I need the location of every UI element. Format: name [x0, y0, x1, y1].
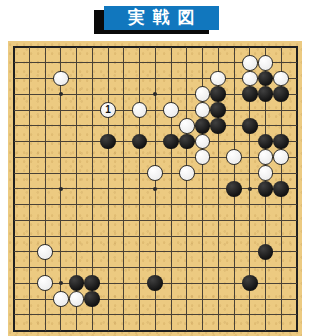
- stone-black: [210, 86, 226, 102]
- stone-white: [53, 291, 69, 307]
- stone-white-move-1: 1: [100, 102, 116, 118]
- star-point: [59, 92, 63, 96]
- stone-white: [242, 55, 258, 71]
- star-point: [59, 187, 63, 191]
- stone-black: [84, 291, 100, 307]
- stone-white: [195, 102, 211, 118]
- stone-white: [258, 165, 274, 181]
- stone-white: [147, 165, 163, 181]
- grid-line-horizontal: [14, 204, 298, 205]
- grid-line-vertical: [171, 47, 172, 331]
- stone-white: [242, 71, 258, 87]
- stone-black: [195, 118, 211, 134]
- stone-white: [179, 165, 195, 181]
- stone-black: [242, 275, 258, 291]
- stone-black: [100, 134, 116, 150]
- star-point: [248, 187, 252, 191]
- grid-line-vertical: [186, 47, 187, 331]
- stone-black: [84, 275, 100, 291]
- stone-black: [258, 244, 274, 260]
- stone-black: [242, 86, 258, 102]
- grid-line-horizontal: [14, 236, 298, 237]
- diagram-title: 実戦図: [120, 9, 203, 26]
- go-board: 1: [8, 41, 302, 336]
- stone-black: [273, 181, 289, 197]
- stone-black: [163, 134, 179, 150]
- stone-white: [163, 102, 179, 118]
- stone-black: [147, 275, 163, 291]
- stone-white: [226, 149, 242, 165]
- title-banner: 実戦図: [104, 6, 219, 30]
- stone-white: [53, 71, 69, 87]
- stone-black: [242, 118, 258, 134]
- grid-line-horizontal: [14, 267, 298, 268]
- stone-black: [258, 181, 274, 197]
- grid-line-horizontal: [14, 251, 298, 252]
- grid-line-horizontal: [14, 220, 298, 221]
- stone-white: [179, 118, 195, 134]
- grid-line-horizontal: [14, 314, 298, 315]
- stone-white: [258, 55, 274, 71]
- stone-black: [210, 118, 226, 134]
- star-point: [59, 281, 63, 285]
- stone-white: [132, 102, 148, 118]
- stone-white: [69, 291, 85, 307]
- stone-black: [273, 86, 289, 102]
- move-number-label: 1: [105, 105, 111, 115]
- stone-white: [273, 149, 289, 165]
- stone-black: [210, 102, 226, 118]
- stone-white: [37, 244, 53, 260]
- stone-black: [226, 181, 242, 197]
- star-point: [153, 187, 157, 191]
- stone-white: [37, 275, 53, 291]
- stone-black: [179, 134, 195, 150]
- page: 実戦図 1: [0, 0, 310, 336]
